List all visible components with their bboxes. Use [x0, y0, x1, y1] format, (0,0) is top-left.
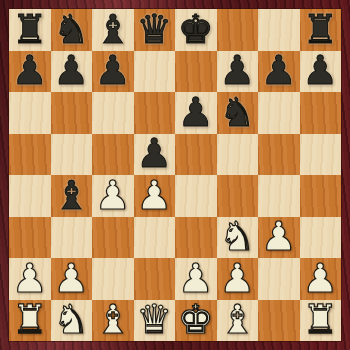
square-a6[interactable] — [9, 92, 51, 134]
square-g1[interactable] — [258, 300, 300, 342]
square-h8[interactable]: ♜ — [300, 9, 342, 51]
black-bishop-piece[interactable]: ♝ — [95, 9, 131, 49]
black-queen-piece[interactable]: ♛ — [136, 9, 172, 49]
black-pawn-piece[interactable]: ♟ — [178, 92, 214, 132]
black-pawn-piece[interactable]: ♟ — [261, 51, 297, 91]
square-g8[interactable] — [258, 9, 300, 51]
square-e8[interactable]: ♚ — [175, 9, 217, 51]
black-rook-piece[interactable]: ♜ — [302, 9, 338, 49]
black-king-piece[interactable]: ♚ — [178, 9, 214, 49]
white-pawn-piece[interactable]: ♟ — [178, 258, 214, 298]
square-d2[interactable] — [134, 258, 176, 300]
square-a3[interactable] — [9, 217, 51, 259]
square-g7[interactable]: ♟ — [258, 51, 300, 93]
square-d1[interactable]: ♛ — [134, 300, 176, 342]
white-bishop-piece[interactable]: ♝ — [219, 300, 255, 340]
square-a5[interactable] — [9, 134, 51, 176]
square-e7[interactable] — [175, 51, 217, 93]
white-pawn-piece[interactable]: ♟ — [136, 175, 172, 215]
square-b1[interactable]: ♞ — [51, 300, 93, 342]
black-rook-piece[interactable]: ♜ — [12, 9, 48, 49]
square-c6[interactable] — [92, 92, 134, 134]
white-pawn-piece[interactable]: ♟ — [261, 217, 297, 257]
black-pawn-piece[interactable]: ♟ — [136, 134, 172, 174]
square-h4[interactable] — [300, 175, 342, 217]
square-g3[interactable]: ♟ — [258, 217, 300, 259]
square-d7[interactable] — [134, 51, 176, 93]
square-c2[interactable] — [92, 258, 134, 300]
square-d4[interactable]: ♟ — [134, 175, 176, 217]
chess-app-window: ♜♞♝♛♚♜♟♟♟♟♟♟♟♞♟♝♟♟♞♟♟♟♟♟♟♜♞♝♛♚♝♜ — [0, 0, 350, 350]
square-g5[interactable] — [258, 134, 300, 176]
square-a2[interactable]: ♟ — [9, 258, 51, 300]
square-b2[interactable]: ♟ — [51, 258, 93, 300]
black-pawn-piece[interactable]: ♟ — [95, 51, 131, 91]
square-h2[interactable]: ♟ — [300, 258, 342, 300]
square-h3[interactable] — [300, 217, 342, 259]
square-e1[interactable]: ♚ — [175, 300, 217, 342]
square-b5[interactable] — [51, 134, 93, 176]
square-a7[interactable]: ♟ — [9, 51, 51, 93]
square-g4[interactable] — [258, 175, 300, 217]
square-a1[interactable]: ♜ — [9, 300, 51, 342]
white-bishop-piece[interactable]: ♝ — [95, 300, 131, 340]
square-c8[interactable]: ♝ — [92, 9, 134, 51]
square-d3[interactable] — [134, 217, 176, 259]
square-f1[interactable]: ♝ — [217, 300, 259, 342]
square-h6[interactable] — [300, 92, 342, 134]
white-pawn-piece[interactable]: ♟ — [53, 258, 89, 298]
black-bishop-piece[interactable]: ♝ — [53, 175, 89, 215]
white-queen-piece[interactable]: ♛ — [136, 300, 172, 340]
black-pawn-piece[interactable]: ♟ — [219, 51, 255, 91]
white-knight-piece[interactable]: ♞ — [53, 300, 89, 340]
square-d6[interactable] — [134, 92, 176, 134]
square-f8[interactable] — [217, 9, 259, 51]
square-f5[interactable] — [217, 134, 259, 176]
square-c7[interactable]: ♟ — [92, 51, 134, 93]
square-e5[interactable] — [175, 134, 217, 176]
white-pawn-piece[interactable]: ♟ — [302, 258, 338, 298]
white-rook-piece[interactable]: ♜ — [302, 300, 338, 340]
white-pawn-piece[interactable]: ♟ — [12, 258, 48, 298]
black-pawn-piece[interactable]: ♟ — [302, 51, 338, 91]
square-h7[interactable]: ♟ — [300, 51, 342, 93]
black-pawn-piece[interactable]: ♟ — [53, 51, 89, 91]
white-king-piece[interactable]: ♚ — [178, 300, 214, 340]
square-c5[interactable] — [92, 134, 134, 176]
square-e3[interactable] — [175, 217, 217, 259]
square-b3[interactable] — [51, 217, 93, 259]
black-knight-piece[interactable]: ♞ — [219, 92, 255, 132]
square-g6[interactable] — [258, 92, 300, 134]
square-a4[interactable] — [9, 175, 51, 217]
square-h1[interactable]: ♜ — [300, 300, 342, 342]
white-knight-piece[interactable]: ♞ — [219, 217, 255, 257]
square-e2[interactable]: ♟ — [175, 258, 217, 300]
square-c3[interactable] — [92, 217, 134, 259]
black-knight-piece[interactable]: ♞ — [53, 9, 89, 49]
square-f2[interactable]: ♟ — [217, 258, 259, 300]
square-b4[interactable]: ♝ — [51, 175, 93, 217]
square-g2[interactable] — [258, 258, 300, 300]
square-d8[interactable]: ♛ — [134, 9, 176, 51]
square-b8[interactable]: ♞ — [51, 9, 93, 51]
white-rook-piece[interactable]: ♜ — [12, 300, 48, 340]
square-f7[interactable]: ♟ — [217, 51, 259, 93]
square-b6[interactable] — [51, 92, 93, 134]
square-h5[interactable] — [300, 134, 342, 176]
square-a8[interactable]: ♜ — [9, 9, 51, 51]
white-pawn-piece[interactable]: ♟ — [219, 258, 255, 298]
square-f4[interactable] — [217, 175, 259, 217]
square-c1[interactable]: ♝ — [92, 300, 134, 342]
square-e6[interactable]: ♟ — [175, 92, 217, 134]
square-f6[interactable]: ♞ — [217, 92, 259, 134]
square-b7[interactable]: ♟ — [51, 51, 93, 93]
square-d5[interactable]: ♟ — [134, 134, 176, 176]
square-c4[interactable]: ♟ — [92, 175, 134, 217]
square-e4[interactable] — [175, 175, 217, 217]
square-f3[interactable]: ♞ — [217, 217, 259, 259]
white-pawn-piece[interactable]: ♟ — [95, 175, 131, 215]
black-pawn-piece[interactable]: ♟ — [12, 51, 48, 91]
chess-board[interactable]: ♜♞♝♛♚♜♟♟♟♟♟♟♟♞♟♝♟♟♞♟♟♟♟♟♟♜♞♝♛♚♝♜ — [9, 9, 341, 341]
